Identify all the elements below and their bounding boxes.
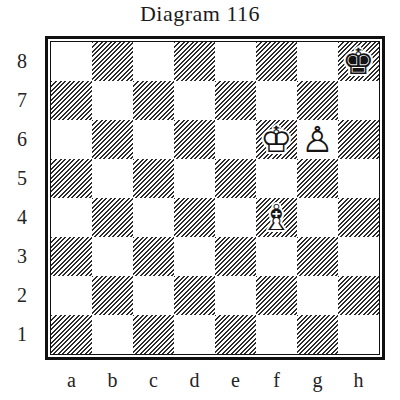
square-d1 <box>174 315 215 354</box>
square-g3 <box>297 237 338 276</box>
square-a3 <box>51 237 92 276</box>
square-c4 <box>133 198 174 237</box>
square-d3 <box>174 237 215 276</box>
square-b2 <box>92 276 133 315</box>
file-label-h: h <box>338 366 379 394</box>
file-label-b: b <box>92 366 133 394</box>
square-h7 <box>338 81 379 120</box>
square-e6 <box>215 120 256 159</box>
square-b8 <box>92 42 133 81</box>
square-a6 <box>51 120 92 159</box>
square-g6: ♟♙ <box>297 120 338 159</box>
square-h8: ♚♚ <box>338 42 379 81</box>
square-e2 <box>215 276 256 315</box>
file-label-d: d <box>174 366 215 394</box>
square-c2 <box>133 276 174 315</box>
square-e1 <box>215 315 256 354</box>
square-e5 <box>215 159 256 198</box>
rank-labels: 87654321 <box>8 42 36 354</box>
white-bishop: ♝♗ <box>256 198 297 237</box>
square-h3 <box>338 237 379 276</box>
square-f6: ♚♔ <box>256 120 297 159</box>
white-pawn: ♟♙ <box>297 120 338 159</box>
square-f7 <box>256 81 297 120</box>
board-grid: ♚♚♚♔♟♙♝♗ <box>51 42 379 354</box>
square-c5 <box>133 159 174 198</box>
rank-label-6: 6 <box>8 120 36 159</box>
square-f4: ♝♗ <box>256 198 297 237</box>
square-a2 <box>51 276 92 315</box>
chess-board-frame: ♚♚♚♔♟♙♝♗ <box>45 36 385 360</box>
square-g4 <box>297 198 338 237</box>
square-d5 <box>174 159 215 198</box>
square-d6 <box>174 120 215 159</box>
square-h5 <box>338 159 379 198</box>
square-d8 <box>174 42 215 81</box>
square-h4 <box>338 198 379 237</box>
square-e7 <box>215 81 256 120</box>
square-c7 <box>133 81 174 120</box>
square-f2 <box>256 276 297 315</box>
square-a7 <box>51 81 92 120</box>
square-b3 <box>92 237 133 276</box>
square-f5 <box>256 159 297 198</box>
square-g1 <box>297 315 338 354</box>
page: Diagram 116 87654321 ♚♚♚♔♟♙♝♗ abcdefgh <box>0 0 400 400</box>
rank-label-4: 4 <box>8 198 36 237</box>
file-label-c: c <box>133 366 174 394</box>
rank-label-3: 3 <box>8 237 36 276</box>
white-pawn-glyph: ♙ <box>297 120 338 159</box>
file-label-f: f <box>256 366 297 394</box>
square-c6 <box>133 120 174 159</box>
square-c3 <box>133 237 174 276</box>
square-b1 <box>92 315 133 354</box>
square-g8 <box>297 42 338 81</box>
rank-label-8: 8 <box>8 42 36 81</box>
chess-board: ♚♚♚♔♟♙♝♗ <box>50 41 380 355</box>
file-label-g: g <box>297 366 338 394</box>
white-king: ♚♔ <box>256 120 297 159</box>
file-labels: abcdefgh <box>51 366 379 394</box>
square-h1 <box>338 315 379 354</box>
square-h6 <box>338 120 379 159</box>
file-label-a: a <box>51 366 92 394</box>
white-bishop-glyph: ♗ <box>256 198 297 237</box>
black-king-glyph: ♚ <box>338 42 379 81</box>
square-a5 <box>51 159 92 198</box>
rank-label-5: 5 <box>8 159 36 198</box>
square-b5 <box>92 159 133 198</box>
rank-label-7: 7 <box>8 81 36 120</box>
square-g5 <box>297 159 338 198</box>
white-king-glyph: ♔ <box>256 120 297 159</box>
square-b4 <box>92 198 133 237</box>
square-b6 <box>92 120 133 159</box>
diagram-title: Diagram 116 <box>0 1 400 27</box>
square-h2 <box>338 276 379 315</box>
file-label-e: e <box>215 366 256 394</box>
rank-label-1: 1 <box>8 315 36 354</box>
square-g2 <box>297 276 338 315</box>
square-f1 <box>256 315 297 354</box>
square-c8 <box>133 42 174 81</box>
square-e8 <box>215 42 256 81</box>
square-a4 <box>51 198 92 237</box>
square-b7 <box>92 81 133 120</box>
square-e4 <box>215 198 256 237</box>
square-e3 <box>215 237 256 276</box>
square-f3 <box>256 237 297 276</box>
rank-label-2: 2 <box>8 276 36 315</box>
square-g7 <box>297 81 338 120</box>
square-d7 <box>174 81 215 120</box>
square-f8 <box>256 42 297 81</box>
square-d2 <box>174 276 215 315</box>
square-a1 <box>51 315 92 354</box>
square-a8 <box>51 42 92 81</box>
square-c1 <box>133 315 174 354</box>
black-king: ♚♚ <box>338 42 379 81</box>
square-d4 <box>174 198 215 237</box>
